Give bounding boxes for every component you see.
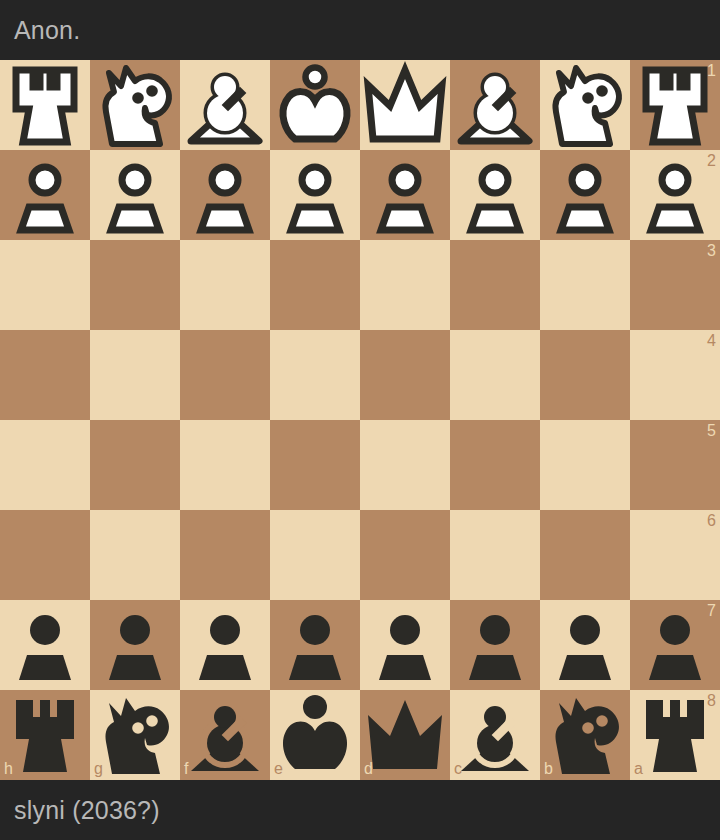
square-f1[interactable] bbox=[180, 60, 270, 150]
black-bishop[interactable] bbox=[450, 690, 540, 780]
square-c6[interactable] bbox=[450, 510, 540, 600]
white-knight[interactable] bbox=[540, 60, 630, 150]
white-pawn[interactable] bbox=[180, 150, 270, 240]
bottom-player-name: slyni (2036?) bbox=[14, 796, 160, 825]
square-b3[interactable] bbox=[540, 240, 630, 330]
square-e5[interactable] bbox=[270, 420, 360, 510]
square-a8[interactable]: a8 bbox=[630, 690, 720, 780]
square-e7[interactable] bbox=[270, 600, 360, 690]
square-f8[interactable]: f bbox=[180, 690, 270, 780]
black-king[interactable] bbox=[270, 690, 360, 780]
square-c1[interactable] bbox=[450, 60, 540, 150]
black-rook[interactable] bbox=[0, 690, 90, 780]
black-pawn[interactable] bbox=[360, 600, 450, 690]
file-label-e: e bbox=[274, 761, 283, 777]
black-pawn[interactable] bbox=[540, 600, 630, 690]
square-f4[interactable] bbox=[180, 330, 270, 420]
square-f3[interactable] bbox=[180, 240, 270, 330]
rank-label-5: 5 bbox=[707, 423, 716, 439]
chess-game-window: Anon. 1 bbox=[0, 0, 720, 840]
square-d4[interactable] bbox=[360, 330, 450, 420]
square-h3[interactable] bbox=[0, 240, 90, 330]
square-b4[interactable] bbox=[540, 330, 630, 420]
square-c3[interactable] bbox=[450, 240, 540, 330]
file-label-d: d bbox=[364, 761, 373, 777]
square-a2[interactable]: 2 bbox=[630, 150, 720, 240]
rank-label-1: 1 bbox=[707, 63, 716, 79]
white-rook[interactable] bbox=[0, 60, 90, 150]
black-pawn[interactable] bbox=[90, 600, 180, 690]
square-b6[interactable] bbox=[540, 510, 630, 600]
square-h1[interactable] bbox=[0, 60, 90, 150]
rank-label-7: 7 bbox=[707, 603, 716, 619]
square-a1[interactable]: 1 bbox=[630, 60, 720, 150]
file-label-b: b bbox=[544, 761, 553, 777]
square-a7[interactable]: 7 bbox=[630, 600, 720, 690]
file-label-f: f bbox=[184, 761, 188, 777]
square-e6[interactable] bbox=[270, 510, 360, 600]
file-label-c: c bbox=[454, 761, 462, 777]
square-c8[interactable]: c bbox=[450, 690, 540, 780]
square-g4[interactable] bbox=[90, 330, 180, 420]
file-label-h: h bbox=[4, 761, 13, 777]
square-c7[interactable] bbox=[450, 600, 540, 690]
square-a3[interactable]: 3 bbox=[630, 240, 720, 330]
bottom-player-bar: slyni (2036?) bbox=[0, 780, 720, 840]
white-queen[interactable] bbox=[360, 60, 450, 150]
square-b2[interactable] bbox=[540, 150, 630, 240]
square-g7[interactable] bbox=[90, 600, 180, 690]
square-h5[interactable] bbox=[0, 420, 90, 510]
white-bishop[interactable] bbox=[180, 60, 270, 150]
white-bishop[interactable] bbox=[450, 60, 540, 150]
square-e2[interactable] bbox=[270, 150, 360, 240]
black-pawn[interactable] bbox=[180, 600, 270, 690]
square-d7[interactable] bbox=[360, 600, 450, 690]
black-queen[interactable] bbox=[360, 690, 450, 780]
square-g6[interactable] bbox=[90, 510, 180, 600]
square-d3[interactable] bbox=[360, 240, 450, 330]
square-f5[interactable] bbox=[180, 420, 270, 510]
square-b7[interactable] bbox=[540, 600, 630, 690]
rank-label-3: 3 bbox=[707, 243, 716, 259]
square-h6[interactable] bbox=[0, 510, 90, 600]
white-knight[interactable] bbox=[90, 60, 180, 150]
square-f7[interactable] bbox=[180, 600, 270, 690]
square-b8[interactable]: b bbox=[540, 690, 630, 780]
file-label-a: a bbox=[634, 761, 643, 777]
square-g5[interactable] bbox=[90, 420, 180, 510]
square-a6[interactable]: 6 bbox=[630, 510, 720, 600]
white-pawn[interactable] bbox=[360, 150, 450, 240]
square-e4[interactable] bbox=[270, 330, 360, 420]
top-player-bar: Anon. bbox=[0, 0, 720, 60]
rank-label-2: 2 bbox=[707, 153, 716, 169]
square-a5[interactable]: 5 bbox=[630, 420, 720, 510]
square-b5[interactable] bbox=[540, 420, 630, 510]
square-d2[interactable] bbox=[360, 150, 450, 240]
chess-board: 1 234567h g fed bbox=[0, 60, 720, 780]
square-e3[interactable] bbox=[270, 240, 360, 330]
rank-label-4: 4 bbox=[707, 333, 716, 349]
square-d6[interactable] bbox=[360, 510, 450, 600]
square-h4[interactable] bbox=[0, 330, 90, 420]
file-label-g: g bbox=[94, 761, 103, 777]
square-c4[interactable] bbox=[450, 330, 540, 420]
black-pawn[interactable] bbox=[450, 600, 540, 690]
square-c5[interactable] bbox=[450, 420, 540, 510]
black-bishop[interactable] bbox=[180, 690, 270, 780]
square-h7[interactable] bbox=[0, 600, 90, 690]
square-c2[interactable] bbox=[450, 150, 540, 240]
white-pawn[interactable] bbox=[270, 150, 360, 240]
black-pawn[interactable] bbox=[0, 600, 90, 690]
rank-label-6: 6 bbox=[707, 513, 716, 529]
square-g8[interactable]: g bbox=[90, 690, 180, 780]
square-b1[interactable] bbox=[540, 60, 630, 150]
black-knight[interactable] bbox=[90, 690, 180, 780]
rank-label-8: 8 bbox=[707, 693, 716, 709]
white-king[interactable] bbox=[270, 60, 360, 150]
square-a4[interactable]: 4 bbox=[630, 330, 720, 420]
black-knight[interactable] bbox=[540, 690, 630, 780]
square-f6[interactable] bbox=[180, 510, 270, 600]
black-pawn[interactable] bbox=[270, 600, 360, 690]
white-pawn[interactable] bbox=[90, 150, 180, 240]
white-pawn[interactable] bbox=[0, 150, 90, 240]
square-g3[interactable] bbox=[90, 240, 180, 330]
square-g2[interactable] bbox=[90, 150, 180, 240]
square-h2[interactable] bbox=[0, 150, 90, 240]
square-e1[interactable] bbox=[270, 60, 360, 150]
square-g1[interactable] bbox=[90, 60, 180, 150]
square-d8[interactable]: d bbox=[360, 690, 450, 780]
white-pawn[interactable] bbox=[540, 150, 630, 240]
square-e8[interactable]: e bbox=[270, 690, 360, 780]
top-player-name: Anon. bbox=[14, 16, 80, 45]
square-d5[interactable] bbox=[360, 420, 450, 510]
square-d1[interactable] bbox=[360, 60, 450, 150]
square-f2[interactable] bbox=[180, 150, 270, 240]
white-pawn[interactable] bbox=[450, 150, 540, 240]
square-h8[interactable]: h bbox=[0, 690, 90, 780]
